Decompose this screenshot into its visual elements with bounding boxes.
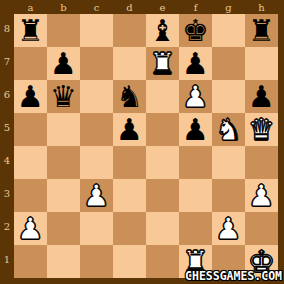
square-b6: ♛ (47, 80, 80, 113)
watermark: CHESSGAMES.COM (185, 269, 282, 284)
square-e7: ♜ (146, 47, 179, 80)
square-g3 (212, 179, 245, 212)
square-g5: ♞ (212, 113, 245, 146)
square-c6 (80, 80, 113, 113)
square-f6: ♟ (179, 80, 212, 113)
white-pawn: ♟ (83, 179, 110, 212)
square-c8 (80, 14, 113, 47)
square-h7 (245, 47, 278, 80)
square-d2 (113, 212, 146, 245)
black-queen: ♛ (50, 80, 77, 113)
file-label-d: d (113, 0, 146, 15)
rank-label-4: 4 (0, 146, 14, 179)
square-a1 (14, 245, 47, 278)
rank-label-2: 2 (0, 212, 14, 245)
square-e3 (146, 179, 179, 212)
black-knight: ♞ (116, 80, 143, 113)
rank-label-8: 8 (0, 14, 14, 47)
square-f2 (179, 212, 212, 245)
rank-label-1: 1 (0, 245, 14, 278)
square-e5 (146, 113, 179, 146)
black-king: ♚ (182, 14, 209, 47)
square-b8 (47, 14, 80, 47)
square-h4 (245, 146, 278, 179)
square-f8: ♚ (179, 14, 212, 47)
square-h8: ♜ (245, 14, 278, 47)
square-c4 (80, 146, 113, 179)
black-pawn: ♟ (182, 113, 209, 146)
square-c5 (80, 113, 113, 146)
square-a2: ♟ (14, 212, 47, 245)
file-labels: abcdefgh (14, 0, 278, 14)
square-b4 (47, 146, 80, 179)
square-d1 (113, 245, 146, 278)
square-c3: ♟ (80, 179, 113, 212)
square-a5 (14, 113, 47, 146)
square-e2 (146, 212, 179, 245)
square-b2 (47, 212, 80, 245)
white-pawn: ♟ (215, 212, 242, 245)
black-pawn: ♟ (17, 80, 44, 113)
file-label-b: b (47, 0, 80, 15)
rank-labels: 87654321 (0, 14, 14, 278)
square-d6: ♞ (113, 80, 146, 113)
square-d4 (113, 146, 146, 179)
rank-label-6: 6 (0, 80, 14, 113)
black-rook: ♜ (17, 14, 44, 47)
square-f4 (179, 146, 212, 179)
square-d7 (113, 47, 146, 80)
square-h3: ♟ (245, 179, 278, 212)
square-g6 (212, 80, 245, 113)
rank-label-5: 5 (0, 113, 14, 146)
square-a3 (14, 179, 47, 212)
square-a4 (14, 146, 47, 179)
white-rook: ♜ (149, 47, 176, 80)
black-pawn: ♟ (116, 113, 143, 146)
square-b5 (47, 113, 80, 146)
square-h5: ♛ (245, 113, 278, 146)
square-c2 (80, 212, 113, 245)
chess-board: ♜♝♚♜♟♜♟♟♛♞♟♟♟♟♞♛♟♟♟♟♜♚ (14, 14, 278, 278)
square-b1 (47, 245, 80, 278)
white-pawn: ♟ (182, 80, 209, 113)
square-d5: ♟ (113, 113, 146, 146)
black-pawn: ♟ (50, 47, 77, 80)
square-f5: ♟ (179, 113, 212, 146)
square-f7: ♟ (179, 47, 212, 80)
square-g2: ♟ (212, 212, 245, 245)
square-a8: ♜ (14, 14, 47, 47)
square-b3 (47, 179, 80, 212)
file-label-c: c (80, 0, 113, 15)
white-pawn: ♟ (17, 212, 44, 245)
square-d3 (113, 179, 146, 212)
chess-board-diagram: abcdefgh 87654321 ♜♝♚♜♟♜♟♟♛♞♟♟♟♟♞♛♟♟♟♟♜♚… (0, 0, 284, 284)
square-c1 (80, 245, 113, 278)
square-a6: ♟ (14, 80, 47, 113)
white-pawn: ♟ (248, 179, 275, 212)
square-b7: ♟ (47, 47, 80, 80)
square-g4 (212, 146, 245, 179)
black-rook: ♜ (248, 14, 275, 47)
square-d8 (113, 14, 146, 47)
square-e1 (146, 245, 179, 278)
white-knight: ♞ (215, 113, 242, 146)
rank-label-3: 3 (0, 179, 14, 212)
square-e8: ♝ (146, 14, 179, 47)
square-a7 (14, 47, 47, 80)
square-f3 (179, 179, 212, 212)
white-queen: ♛ (248, 113, 275, 146)
file-label-g: g (212, 0, 245, 15)
square-g8 (212, 14, 245, 47)
square-h2 (245, 212, 278, 245)
black-pawn: ♟ (248, 80, 275, 113)
black-bishop: ♝ (149, 14, 176, 47)
square-g7 (212, 47, 245, 80)
rank-label-7: 7 (0, 47, 14, 80)
square-e6 (146, 80, 179, 113)
black-pawn: ♟ (182, 47, 209, 80)
square-h6: ♟ (245, 80, 278, 113)
square-c7 (80, 47, 113, 80)
square-e4 (146, 146, 179, 179)
